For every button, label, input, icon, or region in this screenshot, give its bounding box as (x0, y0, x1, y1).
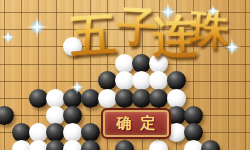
sparkle-icon (30, 20, 44, 34)
black-stone (98, 71, 117, 90)
white-stone (149, 71, 168, 90)
white-stone (167, 123, 186, 142)
white-stone (12, 140, 31, 150)
white-stone (46, 89, 65, 108)
white-stone (115, 71, 134, 90)
title-char: 五 (68, 10, 117, 59)
white-stone (46, 106, 65, 125)
black-stone (46, 123, 65, 142)
confirm-button-label: 确定 (108, 116, 165, 131)
white-stone (98, 89, 117, 108)
black-stone (63, 106, 82, 125)
grid-line (4, 0, 5, 150)
white-stone (29, 140, 48, 150)
black-stone (167, 71, 186, 90)
white-stone (132, 71, 151, 90)
white-stone (29, 123, 48, 142)
white-stone (167, 89, 186, 108)
black-stone (201, 140, 220, 150)
title-char: 珠 (189, 8, 232, 51)
black-stone (12, 123, 31, 142)
black-stone (81, 123, 100, 142)
white-stone (115, 54, 134, 73)
black-stone (132, 54, 151, 73)
black-stone (46, 140, 65, 150)
white-stone (63, 140, 82, 150)
white-stone (63, 123, 82, 142)
black-stone (81, 140, 100, 150)
black-stone (184, 123, 203, 142)
black-stone (132, 89, 151, 108)
black-stone (184, 106, 203, 125)
black-stone (63, 89, 82, 108)
grid-line (245, 0, 246, 150)
gomoku-board[interactable]: 五子连珠 确定 (0, 0, 250, 150)
black-stone (115, 89, 134, 108)
black-stone (115, 140, 134, 150)
black-stone (81, 89, 100, 108)
black-stone (149, 89, 168, 108)
black-stone (167, 106, 186, 125)
black-stone (0, 106, 14, 125)
white-stone (149, 140, 168, 150)
white-stone (184, 140, 203, 150)
black-stone (29, 89, 48, 108)
confirm-button[interactable]: 确定 (103, 110, 169, 137)
